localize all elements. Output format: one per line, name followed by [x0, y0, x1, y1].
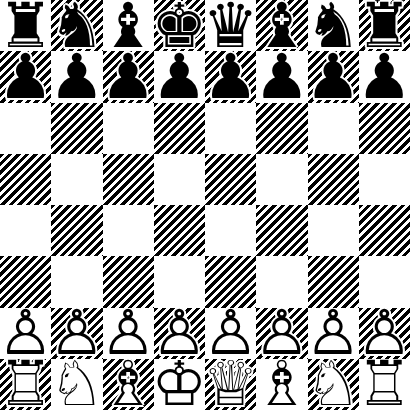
piece-glyph: ♙ — [51, 308, 102, 359]
piece-glyph: ♙ — [205, 308, 256, 359]
piece-glyph: ♝ — [256, 0, 307, 51]
square-d7[interactable]: ♟♟ — [154, 51, 205, 102]
square-e6[interactable] — [205, 103, 256, 154]
square-f7[interactable]: ♟♟ — [256, 51, 307, 102]
piece-fill-halo: ♟ — [103, 51, 154, 102]
piece-fill-halo: ♚ — [154, 359, 205, 410]
piece-fill-halo: ♛ — [205, 359, 256, 410]
square-e8[interactable]: ♛♛ — [205, 0, 256, 51]
square-c2[interactable]: ♟♙ — [103, 308, 154, 359]
square-b1[interactable]: ♞♘ — [51, 359, 102, 410]
piece-glyph: ♜ — [359, 0, 410, 51]
piece-fill-halo: ♟ — [0, 308, 51, 359]
black-queen-piece[interactable]: ♛♛ — [205, 0, 256, 51]
piece-glyph: ♙ — [256, 308, 307, 359]
piece-fill-halo: ♞ — [51, 0, 102, 51]
square-b3[interactable] — [51, 256, 102, 307]
chess-app: ♜♜♞♞♝♝♚♚♛♛♝♝♞♞♜♜♟♟♟♟♟♟♟♟♟♟♟♟♟♟♟♟♟♙♟♙♟♙♟♙… — [0, 0, 410, 410]
black-pawn-piece[interactable]: ♟♟ — [103, 51, 154, 102]
piece-fill-halo: ♟ — [0, 51, 51, 102]
square-e1[interactable]: ♛♕ — [205, 359, 256, 410]
piece-fill-halo: ♟ — [256, 308, 307, 359]
square-h8[interactable]: ♜♜ — [359, 0, 410, 51]
white-pawn-piece[interactable]: ♟♙ — [154, 308, 205, 359]
black-pawn-piece[interactable]: ♟♟ — [205, 51, 256, 102]
black-pawn-piece[interactable]: ♟♟ — [359, 51, 410, 102]
white-king-piece[interactable]: ♚♔ — [154, 359, 205, 410]
white-bishop-piece[interactable]: ♝♗ — [256, 359, 307, 410]
piece-fill-halo: ♝ — [256, 0, 307, 51]
piece-glyph: ♟ — [308, 51, 359, 102]
square-d1[interactable]: ♚♔ — [154, 359, 205, 410]
black-rook-piece[interactable]: ♜♜ — [0, 0, 51, 51]
square-g6[interactable] — [308, 103, 359, 154]
square-a6[interactable] — [0, 103, 51, 154]
white-pawn-piece[interactable]: ♟♙ — [0, 308, 51, 359]
square-b7[interactable]: ♟♟ — [51, 51, 102, 102]
square-d5[interactable] — [154, 154, 205, 205]
white-rook-piece[interactable]: ♜♖ — [0, 359, 51, 410]
square-g2[interactable]: ♟♙ — [308, 308, 359, 359]
piece-fill-halo: ♟ — [359, 51, 410, 102]
square-a3[interactable] — [0, 256, 51, 307]
piece-glyph: ♙ — [0, 308, 51, 359]
piece-glyph: ♛ — [205, 0, 256, 51]
square-a1[interactable]: ♜♖ — [0, 359, 51, 410]
piece-fill-halo: ♜ — [0, 359, 51, 410]
square-a7[interactable]: ♟♟ — [0, 51, 51, 102]
black-pawn-piece[interactable]: ♟♟ — [51, 51, 102, 102]
piece-glyph: ♘ — [51, 359, 102, 410]
piece-glyph: ♙ — [103, 308, 154, 359]
piece-fill-halo: ♟ — [51, 308, 102, 359]
white-pawn-piece[interactable]: ♟♙ — [308, 308, 359, 359]
square-f3[interactable] — [256, 256, 307, 307]
square-c6[interactable] — [103, 103, 154, 154]
square-f8[interactable]: ♝♝ — [256, 0, 307, 51]
piece-glyph: ♖ — [359, 359, 410, 410]
square-g3[interactable] — [308, 256, 359, 307]
black-pawn-piece[interactable]: ♟♟ — [308, 51, 359, 102]
square-h1[interactable]: ♜♖ — [359, 359, 410, 410]
square-d4[interactable] — [154, 205, 205, 256]
white-queen-piece[interactable]: ♛♕ — [205, 359, 256, 410]
black-king-piece[interactable]: ♚♚ — [154, 0, 205, 51]
square-a4[interactable] — [0, 205, 51, 256]
piece-fill-halo: ♝ — [103, 0, 154, 51]
piece-glyph: ♜ — [0, 0, 51, 51]
piece-glyph: ♟ — [154, 51, 205, 102]
piece-glyph: ♘ — [308, 359, 359, 410]
square-h5[interactable] — [359, 154, 410, 205]
piece-fill-halo: ♞ — [308, 0, 359, 51]
white-pawn-piece[interactable]: ♟♙ — [51, 308, 102, 359]
black-pawn-piece[interactable]: ♟♟ — [0, 51, 51, 102]
square-c3[interactable] — [103, 256, 154, 307]
square-h6[interactable] — [359, 103, 410, 154]
piece-glyph: ♙ — [308, 308, 359, 359]
piece-fill-halo: ♞ — [51, 359, 102, 410]
square-h7[interactable]: ♟♟ — [359, 51, 410, 102]
square-g5[interactable] — [308, 154, 359, 205]
piece-fill-halo: ♟ — [154, 308, 205, 359]
piece-glyph: ♝ — [103, 0, 154, 51]
square-e2[interactable]: ♟♙ — [205, 308, 256, 359]
square-a2[interactable]: ♟♙ — [0, 308, 51, 359]
square-e4[interactable] — [205, 205, 256, 256]
chess-board: ♜♜♞♞♝♝♚♚♛♛♝♝♞♞♜♜♟♟♟♟♟♟♟♟♟♟♟♟♟♟♟♟♟♙♟♙♟♙♟♙… — [0, 0, 410, 410]
black-knight-piece[interactable]: ♞♞ — [308, 0, 359, 51]
white-knight-piece[interactable]: ♞♘ — [51, 359, 102, 410]
square-h3[interactable] — [359, 256, 410, 307]
square-h4[interactable] — [359, 205, 410, 256]
piece-glyph: ♚ — [154, 0, 205, 51]
piece-glyph: ♟ — [51, 51, 102, 102]
square-d6[interactable] — [154, 103, 205, 154]
white-pawn-piece[interactable]: ♟♙ — [205, 308, 256, 359]
piece-glyph: ♟ — [103, 51, 154, 102]
square-f1[interactable]: ♝♗ — [256, 359, 307, 410]
white-knight-piece[interactable]: ♞♘ — [308, 359, 359, 410]
white-pawn-piece[interactable]: ♟♙ — [256, 308, 307, 359]
piece-fill-halo: ♟ — [205, 308, 256, 359]
square-d2[interactable]: ♟♙ — [154, 308, 205, 359]
piece-fill-halo: ♛ — [205, 0, 256, 51]
piece-fill-halo: ♟ — [359, 308, 410, 359]
square-e3[interactable] — [205, 256, 256, 307]
piece-fill-halo: ♝ — [103, 359, 154, 410]
white-pawn-piece[interactable]: ♟♙ — [359, 308, 410, 359]
piece-fill-halo: ♟ — [308, 308, 359, 359]
piece-glyph: ♞ — [51, 0, 102, 51]
piece-fill-halo: ♟ — [256, 51, 307, 102]
black-knight-piece[interactable]: ♞♞ — [51, 0, 102, 51]
piece-glyph: ♟ — [359, 51, 410, 102]
piece-fill-halo: ♜ — [0, 0, 51, 51]
piece-glyph: ♗ — [103, 359, 154, 410]
square-f6[interactable] — [256, 103, 307, 154]
piece-glyph: ♔ — [154, 359, 205, 410]
square-d8[interactable]: ♚♚ — [154, 0, 205, 51]
square-e5[interactable] — [205, 154, 256, 205]
square-h2[interactable]: ♟♙ — [359, 308, 410, 359]
square-f2[interactable]: ♟♙ — [256, 308, 307, 359]
square-c5[interactable] — [103, 154, 154, 205]
piece-glyph: ♟ — [256, 51, 307, 102]
square-g8[interactable]: ♞♞ — [308, 0, 359, 51]
piece-glyph: ♙ — [154, 308, 205, 359]
square-b5[interactable] — [51, 154, 102, 205]
piece-glyph: ♖ — [0, 359, 51, 410]
square-c1[interactable]: ♝♗ — [103, 359, 154, 410]
piece-fill-halo: ♟ — [154, 51, 205, 102]
square-b8[interactable]: ♞♞ — [51, 0, 102, 51]
white-pawn-piece[interactable]: ♟♙ — [103, 308, 154, 359]
piece-fill-halo: ♜ — [359, 0, 410, 51]
square-c4[interactable] — [103, 205, 154, 256]
square-g7[interactable]: ♟♟ — [308, 51, 359, 102]
piece-fill-halo: ♜ — [359, 359, 410, 410]
square-c7[interactable]: ♟♟ — [103, 51, 154, 102]
white-rook-piece[interactable]: ♜♖ — [359, 359, 410, 410]
piece-glyph: ♗ — [256, 359, 307, 410]
piece-fill-halo: ♟ — [205, 51, 256, 102]
white-bishop-piece[interactable]: ♝♗ — [103, 359, 154, 410]
square-b2[interactable]: ♟♙ — [51, 308, 102, 359]
piece-fill-halo: ♝ — [256, 359, 307, 410]
black-bishop-piece[interactable]: ♝♝ — [103, 0, 154, 51]
square-f4[interactable] — [256, 205, 307, 256]
piece-fill-halo: ♞ — [308, 359, 359, 410]
piece-glyph: ♞ — [308, 0, 359, 51]
square-g1[interactable]: ♞♘ — [308, 359, 359, 410]
square-f5[interactable] — [256, 154, 307, 205]
square-b4[interactable] — [51, 205, 102, 256]
piece-fill-halo: ♟ — [308, 51, 359, 102]
square-a5[interactable] — [0, 154, 51, 205]
piece-fill-halo: ♚ — [154, 0, 205, 51]
black-pawn-piece[interactable]: ♟♟ — [154, 51, 205, 102]
square-a8[interactable]: ♜♜ — [0, 0, 51, 51]
black-bishop-piece[interactable]: ♝♝ — [256, 0, 307, 51]
black-rook-piece[interactable]: ♜♜ — [359, 0, 410, 51]
piece-fill-halo: ♟ — [103, 308, 154, 359]
square-g4[interactable] — [308, 205, 359, 256]
square-c8[interactable]: ♝♝ — [103, 0, 154, 51]
piece-glyph: ♟ — [0, 51, 51, 102]
piece-glyph: ♙ — [359, 308, 410, 359]
square-d3[interactable] — [154, 256, 205, 307]
piece-glyph: ♕ — [205, 359, 256, 410]
square-e7[interactable]: ♟♟ — [205, 51, 256, 102]
piece-glyph: ♟ — [205, 51, 256, 102]
square-b6[interactable] — [51, 103, 102, 154]
black-pawn-piece[interactable]: ♟♟ — [256, 51, 307, 102]
piece-fill-halo: ♟ — [51, 51, 102, 102]
